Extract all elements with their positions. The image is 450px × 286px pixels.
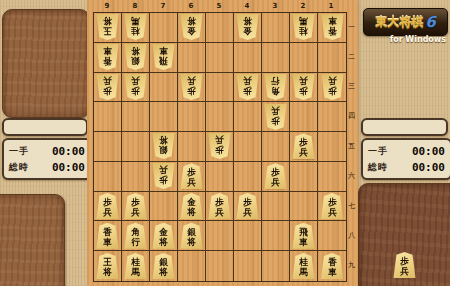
board-cell-8九[interactable]: 桂馬 — [122, 251, 150, 281]
board-cell-5七[interactable]: 歩兵 — [206, 192, 234, 222]
shogi-piece-2八[interactable]: 飛車 — [292, 223, 315, 249]
board-cell-9五[interactable] — [94, 132, 122, 162]
right-clock-move-label: 一手 — [368, 145, 388, 158]
shogi-piece-5五[interactable]: 歩兵 — [208, 133, 231, 159]
board-cell-8八[interactable]: 角行 — [122, 221, 150, 251]
right-clock-panel: 一手 00:00 総時 00:00 — [361, 138, 450, 180]
shogi-piece-1七[interactable]: 歩兵 — [321, 193, 344, 219]
board-cell-6一[interactable]: 金将 — [178, 13, 206, 43]
board-cell-5四[interactable] — [206, 102, 234, 132]
shogi-piece-5七[interactable]: 歩兵 — [208, 193, 231, 219]
shogi-piece-2九[interactable]: 桂馬 — [292, 253, 315, 279]
board-cell-4二[interactable] — [234, 43, 262, 73]
board-cell-3三[interactable]: 角行 — [262, 73, 290, 103]
app-window: 歩兵 一手 00:00 総時 00:00 一手 00:00 総時 00:00 東… — [0, 0, 450, 286]
board-cell-7五[interactable]: 銀将 — [150, 132, 178, 162]
board-cell-2六[interactable] — [290, 162, 318, 192]
board-cell-4九[interactable] — [234, 251, 262, 281]
board-cell-6四[interactable] — [178, 102, 206, 132]
board-cell-9二[interactable]: 香車 — [94, 43, 122, 73]
board-cell-2一[interactable]: 桂馬 — [290, 13, 318, 43]
board-cell-4八[interactable] — [234, 221, 262, 251]
file-label: 2 — [289, 1, 317, 11]
board-cell-8五[interactable] — [122, 132, 150, 162]
board-cell-6九[interactable] — [178, 251, 206, 281]
rank-label: 六 — [346, 161, 357, 191]
board-cell-9八[interactable]: 香車 — [94, 221, 122, 251]
board-cell-8六[interactable] — [122, 162, 150, 192]
board-cell-5九[interactable] — [206, 251, 234, 281]
board-cell-1一[interactable]: 香車 — [318, 13, 346, 43]
board-cell-1四[interactable] — [318, 102, 346, 132]
shogi-piece-7二[interactable]: 飛車 — [152, 44, 175, 70]
shogi-piece-1三[interactable]: 歩兵 — [321, 74, 344, 100]
shogi-piece-8九[interactable]: 桂馬 — [124, 253, 147, 279]
app-logo-title: 東大将棋 — [375, 14, 423, 31]
gote-piece-stand[interactable] — [2, 9, 90, 118]
board-cell-8七[interactable]: 歩兵 — [122, 192, 150, 222]
shogi-piece-8一[interactable]: 桂馬 — [124, 14, 147, 40]
board-cell-1三[interactable]: 歩兵 — [318, 73, 346, 103]
rank-label: 四 — [346, 101, 357, 131]
shogi-board: 987654321 一二三四五六七八九 玉将桂馬金将金将桂馬香車香車銀将飛車歩兵… — [87, 0, 358, 286]
shogi-piece-3六[interactable]: 歩兵 — [264, 163, 287, 189]
board-cell-7二[interactable]: 飛車 — [150, 43, 178, 73]
shogi-piece-6七[interactable]: 金将 — [180, 193, 203, 219]
shogi-piece-9一[interactable]: 玉将 — [96, 14, 119, 40]
shogi-piece-8八[interactable]: 角行 — [124, 223, 147, 249]
sente-piece-stand[interactable]: 歩兵 — [358, 183, 450, 286]
file-label: 8 — [121, 1, 149, 11]
board-cell-7八[interactable]: 金将 — [150, 221, 178, 251]
left-clock-move-label: 一手 — [9, 145, 29, 158]
rank-label: 一 — [346, 12, 357, 42]
board-cell-8四[interactable] — [122, 102, 150, 132]
board-cell-6六[interactable]: 歩兵 — [178, 162, 206, 192]
board-cell-2八[interactable]: 飛車 — [290, 221, 318, 251]
shogi-piece-3三[interactable]: 角行 — [264, 74, 287, 100]
board-cell-3八[interactable] — [262, 221, 290, 251]
board-cell-8一[interactable]: 桂馬 — [122, 13, 150, 43]
board-grid: 玉将桂馬金将金将桂馬香車香車銀将飛車歩兵歩兵歩兵歩兵角行歩兵歩兵歩兵銀将歩兵歩兵… — [93, 12, 347, 282]
board-cell-2七[interactable] — [290, 192, 318, 222]
right-name-plate — [361, 118, 448, 136]
file-coordinate-labels: 987654321 — [93, 1, 345, 11]
app-logo-subtitle: for Windows — [363, 35, 446, 44]
shogi-piece-9二[interactable]: 香車 — [96, 44, 119, 70]
board-cell-1六[interactable] — [318, 162, 346, 192]
board-cell-7六[interactable]: 歩兵 — [150, 162, 178, 192]
shogi-piece-3四[interactable]: 歩兵 — [264, 104, 287, 130]
right-clock-move-time: 00:00 — [412, 145, 445, 158]
board-cell-6二[interactable] — [178, 43, 206, 73]
rank-label: 二 — [346, 42, 357, 72]
left-name-plate — [2, 118, 88, 136]
board-cell-8三[interactable]: 歩兵 — [122, 73, 150, 103]
file-label: 6 — [177, 1, 205, 11]
board-cell-5二[interactable] — [206, 43, 234, 73]
board-cell-4三[interactable]: 歩兵 — [234, 73, 262, 103]
rank-label: 八 — [346, 220, 357, 250]
board-cell-6七[interactable]: 金将 — [178, 192, 206, 222]
shogi-piece-7九[interactable]: 銀将 — [152, 253, 175, 279]
board-cell-1七[interactable]: 歩兵 — [318, 192, 346, 222]
board-cell-4五[interactable] — [234, 132, 262, 162]
file-label: 9 — [93, 1, 121, 11]
board-cell-2二[interactable] — [290, 43, 318, 73]
app-logo-version: 6 — [425, 13, 435, 31]
board-cell-6三[interactable]: 歩兵 — [178, 73, 206, 103]
shogi-piece-8二[interactable]: 銀将 — [124, 44, 147, 70]
app-logo: 東大将棋 6 — [363, 8, 448, 36]
left-clock-move-time: 00:00 — [52, 145, 85, 158]
board-cell-7九[interactable]: 銀将 — [150, 251, 178, 281]
shogi-piece-1九[interactable]: 香車 — [321, 253, 344, 279]
shogi-piece-8三[interactable]: 歩兵 — [124, 74, 147, 100]
shogi-piece-8七[interactable]: 歩兵 — [124, 193, 147, 219]
shogi-piece-7六[interactable]: 歩兵 — [152, 163, 175, 189]
rank-label: 五 — [346, 131, 357, 161]
board-cell-3二[interactable] — [262, 43, 290, 73]
board-cell-9四[interactable] — [94, 102, 122, 132]
board-cell-2三[interactable]: 歩兵 — [290, 73, 318, 103]
board-cell-7七[interactable] — [150, 192, 178, 222]
sente-hand-pieces: 歩兵 — [393, 252, 416, 278]
left-clock-total-label: 総時 — [9, 161, 29, 174]
shogi-piece-4一[interactable]: 金将 — [236, 14, 259, 40]
rank-label: 九 — [346, 250, 357, 280]
board-cell-3九[interactable] — [262, 251, 290, 281]
board-cell-2九[interactable]: 桂馬 — [290, 251, 318, 281]
board-cell-1九[interactable]: 香車 — [318, 251, 346, 281]
file-label: 7 — [149, 1, 177, 11]
board-cell-8二[interactable]: 銀将 — [122, 43, 150, 73]
board-cell-6五[interactable] — [178, 132, 206, 162]
shogi-piece-in-hand[interactable]: 歩兵 — [393, 252, 416, 278]
shogi-piece-2五[interactable]: 歩兵 — [292, 133, 315, 159]
board-cell-5三[interactable] — [206, 73, 234, 103]
shogi-piece-9九[interactable]: 王将 — [96, 253, 119, 279]
board-cell-3六[interactable]: 歩兵 — [262, 162, 290, 192]
board-cell-2五[interactable]: 歩兵 — [290, 132, 318, 162]
shogi-piece-6一[interactable]: 金将 — [180, 14, 203, 40]
board-cell-7四[interactable] — [150, 102, 178, 132]
board-cell-3一[interactable] — [262, 13, 290, 43]
board-cell-9七[interactable]: 歩兵 — [94, 192, 122, 222]
board-cell-5一[interactable] — [206, 13, 234, 43]
board-cell-1五[interactable] — [318, 132, 346, 162]
shogi-piece-1一[interactable]: 香車 — [321, 14, 344, 40]
shogi-piece-4三[interactable]: 歩兵 — [236, 74, 259, 100]
board-cell-3四[interactable]: 歩兵 — [262, 102, 290, 132]
file-label: 3 — [261, 1, 289, 11]
board-cell-9九[interactable]: 王将 — [94, 251, 122, 281]
file-label: 1 — [317, 1, 345, 11]
shogi-piece-9七[interactable]: 歩兵 — [96, 193, 119, 219]
board-cell-1八[interactable] — [318, 221, 346, 251]
right-clock-total-label: 総時 — [368, 161, 388, 174]
board-cell-5六[interactable] — [206, 162, 234, 192]
right-clock-total-time: 00:00 — [412, 161, 445, 174]
shogi-piece-7五[interactable]: 銀将 — [152, 133, 175, 159]
shogi-piece-7八[interactable]: 金将 — [152, 223, 175, 249]
shogi-piece-6六[interactable]: 歩兵 — [180, 163, 203, 189]
board-cell-4七[interactable]: 歩兵 — [234, 192, 262, 222]
board-cell-3七[interactable] — [262, 192, 290, 222]
board-cell-9六[interactable] — [94, 162, 122, 192]
board-cell-9一[interactable]: 玉将 — [94, 13, 122, 43]
left-clock-total-time: 00:00 — [52, 161, 85, 174]
shogi-piece-9八[interactable]: 香車 — [96, 223, 119, 249]
shogi-piece-2一[interactable]: 桂馬 — [292, 14, 315, 40]
file-label: 5 — [205, 1, 233, 11]
shogi-piece-2三[interactable]: 歩兵 — [292, 74, 315, 100]
shogi-piece-9三[interactable]: 歩兵 — [96, 74, 119, 100]
shogi-piece-4七[interactable]: 歩兵 — [236, 193, 259, 219]
board-cell-4一[interactable]: 金将 — [234, 13, 262, 43]
board-cell-9三[interactable]: 歩兵 — [94, 73, 122, 103]
rank-coordinate-labels: 一二三四五六七八九 — [346, 12, 357, 280]
sente-spare-stand[interactable] — [0, 194, 65, 286]
file-label: 4 — [233, 1, 261, 11]
rank-label: 七 — [346, 191, 357, 221]
board-cell-2四[interactable] — [290, 102, 318, 132]
board-cell-6八[interactable]: 銀将 — [178, 221, 206, 251]
board-cell-7三[interactable] — [150, 73, 178, 103]
rank-label: 三 — [346, 72, 357, 102]
board-cell-4四[interactable] — [234, 102, 262, 132]
board-cell-7一[interactable] — [150, 13, 178, 43]
board-cell-5八[interactable] — [206, 221, 234, 251]
shogi-piece-6八[interactable]: 銀将 — [180, 223, 203, 249]
shogi-piece-6三[interactable]: 歩兵 — [180, 74, 203, 100]
board-cell-5五[interactable]: 歩兵 — [206, 132, 234, 162]
left-clock-panel: 一手 00:00 総時 00:00 — [2, 138, 92, 180]
board-cell-1二[interactable] — [318, 43, 346, 73]
board-cell-3五[interactable] — [262, 132, 290, 162]
board-cell-4六[interactable] — [234, 162, 262, 192]
